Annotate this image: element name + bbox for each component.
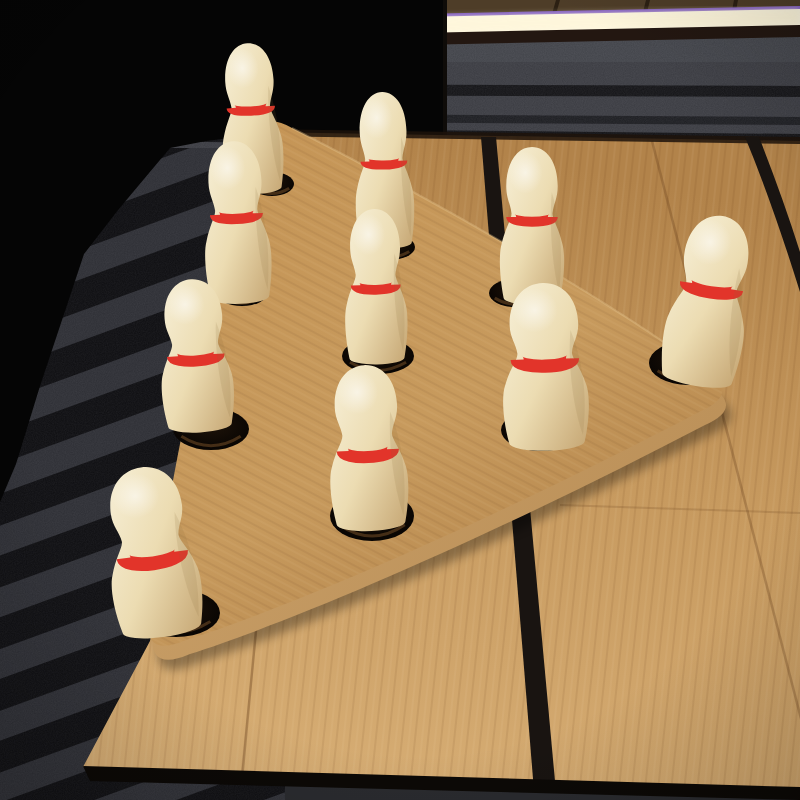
vignette bbox=[0, 0, 800, 800]
tabletop-bowling-scene bbox=[0, 0, 800, 800]
scene-canvas bbox=[0, 0, 800, 800]
